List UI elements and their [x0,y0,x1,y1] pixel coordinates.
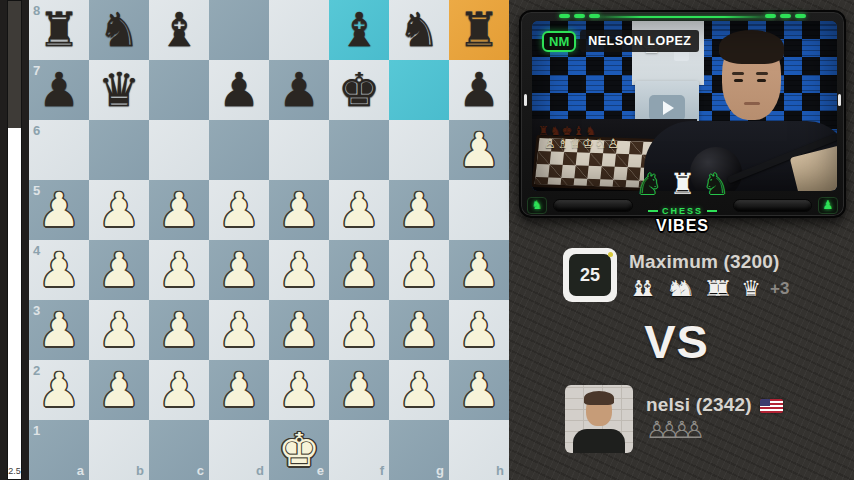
logo-text-chess: CHESS [662,206,703,216]
bezel-tick-right [838,94,841,106]
square-a4[interactable]: 4♟ [29,240,89,300]
piece-white-pawn-g2[interactable]: ♟ [398,360,440,420]
square-g2[interactable]: ♟ [389,360,449,420]
captured-rooks-icon: ♜♜ [704,277,732,301]
square-d6[interactable] [209,120,269,180]
us-flag-icon [760,399,783,413]
piece-white-pawn-g3[interactable]: ♟ [398,300,440,360]
square-f6[interactable] [329,120,389,180]
file-label-a: a [77,464,84,477]
logo-rook-icon: ♜ [670,168,696,200]
bottom-player-name-text: nelsi (2342) [646,394,752,415]
bot-avatar-chip: 25 [563,248,617,302]
nm-title-badge: NM [542,31,576,52]
square-d4[interactable]: ♟ [209,240,269,300]
square-e2[interactable]: ♟ [269,360,329,420]
square-c1[interactable]: c [149,420,209,480]
square-h1[interactable]: h [449,420,509,480]
square-e8[interactable] [269,0,329,60]
rank-label-2: 2 [33,364,40,377]
piece-white-pawn-h4[interactable]: ♟ [458,240,500,300]
file-label-g: g [436,464,444,477]
rank-label-3: 3 [33,304,40,317]
webcam-video: ♚ ♜♞♚♝♞ ♙♗♕♔♘♙ [532,21,837,191]
vs-label: VS [509,314,844,369]
bottom-player-captured-pawns-icon: ♙♙♙♙ [646,416,696,444]
square-g7[interactable] [389,60,449,120]
piece-white-pawn-b4[interactable]: ♟ [98,240,140,300]
piece-black-pawn-h7[interactable]: ♟ [458,60,500,120]
square-c4[interactable]: ♟ [149,240,209,300]
piece-black-knight-g8[interactable]: ♞ [398,0,440,60]
green-knight-icon: ♞ [527,197,547,214]
file-label-d: d [256,464,264,477]
piece-white-pawn-d5[interactable]: ♟ [218,180,260,240]
square-e3[interactable]: ♟ [269,300,329,360]
square-a7[interactable]: 7♟ [29,60,89,120]
piece-black-knight-b8[interactable]: ♞ [98,0,140,60]
piece-black-pawn-a7[interactable]: ♟ [38,60,80,120]
square-b8[interactable]: ♞ [89,0,149,60]
rank-label-1: 1 [33,424,40,437]
piece-white-pawn-a3[interactable]: ♟ [38,300,80,360]
file-label-h: h [496,464,504,477]
top-player-name: Maximum (3200) [629,251,780,273]
piece-black-pawn-e7[interactable]: ♟ [278,60,320,120]
square-g8[interactable]: ♞ [389,0,449,60]
square-g5[interactable]: ♟ [389,180,449,240]
square-h4[interactable]: ♟ [449,240,509,300]
square-f1[interactable]: f [329,420,389,480]
square-b2[interactable]: ♟ [89,360,149,420]
square-a2[interactable]: 2♟ [29,360,89,420]
square-d2[interactable]: ♟ [209,360,269,420]
square-g4[interactable]: ♟ [389,240,449,300]
piece-white-pawn-e4[interactable]: ♟ [278,240,320,300]
square-f8[interactable]: ♝ [329,0,389,60]
evaluation-score: 2.5 [8,466,21,476]
piece-white-pawn-d3[interactable]: ♟ [218,300,260,360]
rank-label-8: 8 [33,4,40,17]
square-a5[interactable]: 5♟ [29,180,89,240]
square-d7[interactable]: ♟ [209,60,269,120]
piece-white-pawn-b3[interactable]: ♟ [98,300,140,360]
square-a6[interactable]: 6 [29,120,89,180]
captured-knights-icon: ♞♞ [666,277,694,301]
rank-label-5: 5 [33,184,40,197]
square-e1[interactable]: e♚ [269,420,329,480]
piece-white-pawn-f3[interactable]: ♟ [338,300,380,360]
square-a3[interactable]: 3♟ [29,300,89,360]
square-d5[interactable]: ♟ [209,180,269,240]
square-h5[interactable] [449,180,509,240]
square-b5[interactable]: ♟ [89,180,149,240]
piece-white-pawn-g5[interactable]: ♟ [398,180,440,240]
square-e7[interactable]: ♟ [269,60,329,120]
piece-white-pawn-b5[interactable]: ♟ [98,180,140,240]
avatar-shirt [573,429,625,453]
avatar-head [586,394,612,426]
square-c5[interactable]: ♟ [149,180,209,240]
square-d1[interactable]: d [209,420,269,480]
piece-white-pawn-h6[interactable]: ♟ [458,120,500,180]
square-h8[interactable]: ♜ [449,0,509,60]
file-label-e: e [317,464,324,477]
stream-overlay: 2.5 8♜♞♝♝♞♜7♟♛♟♟♚♟6♟5♟♟♟♟♟♟♟4♟♟♟♟♟♟♟♟3♟♟… [0,0,854,480]
piece-white-pawn-c3[interactable]: ♟ [158,300,200,360]
piece-black-pawn-d7[interactable]: ♟ [218,60,260,120]
square-e5[interactable]: ♟ [269,180,329,240]
logo-text-vibes: VIBES [623,217,743,235]
chess-board: 8♜♞♝♝♞♜7♟♛♟♟♚♟6♟5♟♟♟♟♟♟♟4♟♟♟♟♟♟♟♟3♟♟♟♟♟♟… [29,0,509,480]
square-c3[interactable]: ♟ [149,300,209,360]
square-f5[interactable]: ♟ [329,180,389,240]
square-c6[interactable] [149,120,209,180]
square-a8[interactable]: 8♜ [29,0,89,60]
square-h7[interactable]: ♟ [449,60,509,120]
file-label-c: c [197,464,204,477]
square-a1[interactable]: 1a [29,420,89,480]
file-label-b: b [136,464,144,477]
square-e6[interactable] [269,120,329,180]
streamer-name: NELSON LOPEZ [580,30,699,52]
piece-white-pawn-c5[interactable]: ♟ [158,180,200,240]
rank-label-7: 7 [33,64,40,77]
bottom-player-name: nelsi (2342) [646,394,783,416]
top-player-captured-pieces: ♝♝ ♞♞ ♜♜ ♛ +3 [629,277,789,301]
captured-queen-icon: ♛ [741,277,761,301]
piece-white-pawn-b2[interactable]: ♟ [98,360,140,420]
piece-white-pawn-c4[interactable]: ♟ [158,240,200,300]
square-g6[interactable] [389,120,449,180]
square-f3[interactable]: ♟ [329,300,389,360]
square-f2[interactable]: ♟ [329,360,389,420]
square-g1[interactable]: g [389,420,449,480]
piece-white-pawn-a5[interactable]: ♟ [38,180,80,240]
piece-black-bishop-f8[interactable]: ♝ [338,0,380,60]
square-e4[interactable]: ♟ [269,240,329,300]
piece-white-pawn-a4[interactable]: ♟ [38,240,80,300]
square-f7[interactable]: ♚ [329,60,389,120]
piece-white-pawn-a2[interactable]: ♟ [38,360,80,420]
square-c7[interactable] [149,60,209,120]
square-d3[interactable]: ♟ [209,300,269,360]
rank-label-4: 4 [33,244,40,257]
logo-knight-left-icon: ♞ [636,168,662,200]
rank-label-6: 6 [33,124,40,137]
stream-panel: ♚ ♜♞♚♝♞ ♙♗♕♔♘♙ [509,0,854,480]
piece-white-pawn-d2[interactable]: ♟ [218,360,260,420]
piece-black-queen-b7[interactable]: ♛ [98,60,140,120]
piece-white-pawn-d4[interactable]: ♟ [218,240,260,300]
piece-black-rook-a8[interactable]: ♜ [38,0,80,60]
logo-pieces: ♞ ♜ ♞ [623,168,743,200]
square-g3[interactable]: ♟ [389,300,449,360]
piece-white-pawn-e2[interactable]: ♟ [278,360,320,420]
bottom-bar-slot-left [553,199,633,212]
evaluation-bar: 2.5 [7,0,22,480]
piece-black-rook-h8[interactable]: ♜ [458,0,500,60]
square-f4[interactable]: ♟ [329,240,389,300]
left-rail: 2.5 [0,0,29,480]
bot-level: 25 [569,254,611,296]
chess-vibes-logo: ♞ ♜ ♞ CHESS VIBES [623,168,743,235]
streamer-nameplate: NM NELSON LOPEZ [542,30,699,52]
piece-white-pawn-h3[interactable]: ♟ [458,300,500,360]
square-h6[interactable]: ♟ [449,120,509,180]
piece-white-pawn-c2[interactable]: ♟ [158,360,200,420]
green-pawn-icon: ♟ [818,197,838,214]
logo-knight-right-icon: ♞ [703,168,729,200]
square-c2[interactable]: ♟ [149,360,209,420]
piece-white-pawn-f2[interactable]: ♟ [338,360,380,420]
bottom-player-avatar [565,385,633,453]
bottom-bar-slot-right [733,199,813,212]
square-b7[interactable]: ♛ [89,60,149,120]
square-d8[interactable] [209,0,269,60]
piece-white-pawn-f5[interactable]: ♟ [338,180,380,240]
captured-bishops-icon: ♝♝ [629,277,657,301]
chip-dot [608,252,613,257]
webcam-frame: ♚ ♜♞♚♝♞ ♙♗♕♔♘♙ [519,10,846,218]
square-b1[interactable]: b [89,420,149,480]
green-dashes-left [559,14,600,18]
evaluation-bar-black-section [8,1,21,128]
material-advantage: +3 [770,279,789,299]
bezel-tick-left [524,94,527,106]
file-label-f: f [380,464,384,477]
avatar-hair [584,391,614,405]
piece-white-pawn-f4[interactable]: ♟ [338,240,380,300]
piece-white-pawn-e3[interactable]: ♟ [278,300,320,360]
square-h3[interactable]: ♟ [449,300,509,360]
piece-white-pawn-e5[interactable]: ♟ [278,180,320,240]
green-dashes-right [765,14,806,18]
green-hairline [599,16,766,18]
piece-white-pawn-h2[interactable]: ♟ [458,360,500,420]
piece-white-king-e1[interactable]: ♚ [278,420,320,480]
square-b6[interactable] [89,120,149,180]
piece-black-king-f7[interactable]: ♚ [338,60,380,120]
piece-black-bishop-c8[interactable]: ♝ [158,0,200,60]
piece-white-pawn-g4[interactable]: ♟ [398,240,440,300]
square-b4[interactable]: ♟ [89,240,149,300]
square-b3[interactable]: ♟ [89,300,149,360]
square-h2[interactable]: ♟ [449,360,509,420]
square-c8[interactable]: ♝ [149,0,209,60]
